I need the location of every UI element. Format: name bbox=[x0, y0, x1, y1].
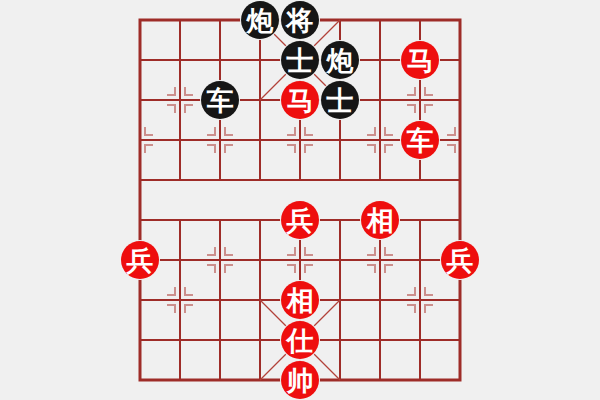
board-point-f8r5[interactable] bbox=[440, 200, 480, 240]
board-point-f2r8[interactable] bbox=[200, 320, 240, 360]
red-soldier[interactable]: 兵 bbox=[281, 201, 319, 239]
board-point-f6r3[interactable] bbox=[360, 120, 400, 160]
board-point-f6r2[interactable] bbox=[360, 80, 400, 120]
board-point-f4r3[interactable] bbox=[280, 120, 320, 160]
board-point-f5r4[interactable] bbox=[320, 160, 360, 200]
board-point-f7r7[interactable] bbox=[400, 280, 440, 320]
board-point-f7r5[interactable] bbox=[400, 200, 440, 240]
board-point-f5r1[interactable]: 炮 bbox=[320, 40, 360, 80]
board-point-f2r5[interactable] bbox=[200, 200, 240, 240]
black-cannon[interactable]: 炮 bbox=[241, 1, 279, 39]
red-chariot[interactable]: 车 bbox=[401, 121, 439, 159]
black-general[interactable]: 将 bbox=[281, 1, 319, 39]
board-point-f4r5[interactable]: 兵 bbox=[280, 200, 320, 240]
board-point-f8r7[interactable] bbox=[440, 280, 480, 320]
red-general[interactable]: 帅 bbox=[281, 361, 319, 399]
board-point-f4r1[interactable]: 士 bbox=[280, 40, 320, 80]
board-point-f2r2[interactable]: 车 bbox=[200, 80, 240, 120]
board-point-f6r5[interactable]: 相 bbox=[360, 200, 400, 240]
board-point-f4r2[interactable]: 马 bbox=[280, 80, 320, 120]
board-point-f1r4[interactable] bbox=[160, 160, 200, 200]
board-point-f2r9[interactable] bbox=[200, 360, 240, 400]
board-point-f8r8[interactable] bbox=[440, 320, 480, 360]
board-point-f6r6[interactable] bbox=[360, 240, 400, 280]
board-point-f3r7[interactable] bbox=[240, 280, 280, 320]
board-point-f7r0[interactable] bbox=[400, 0, 440, 40]
board-point-f0r8[interactable] bbox=[120, 320, 160, 360]
board-point-f1r7[interactable] bbox=[160, 280, 200, 320]
board-point-f0r4[interactable] bbox=[120, 160, 160, 200]
board-point-f5r8[interactable] bbox=[320, 320, 360, 360]
board-intersections: 炮将士炮马车马士车兵相兵兵相仕帅 bbox=[120, 0, 480, 400]
board-point-f1r5[interactable] bbox=[160, 200, 200, 240]
board-point-f8r1[interactable] bbox=[440, 40, 480, 80]
board-point-f5r2[interactable]: 士 bbox=[320, 80, 360, 120]
board-point-f1r9[interactable] bbox=[160, 360, 200, 400]
red-advisor[interactable]: 仕 bbox=[281, 321, 319, 359]
board-point-f3r8[interactable] bbox=[240, 320, 280, 360]
board-point-f5r0[interactable] bbox=[320, 0, 360, 40]
board-point-f8r2[interactable] bbox=[440, 80, 480, 120]
board-point-f1r8[interactable] bbox=[160, 320, 200, 360]
board-point-f0r9[interactable] bbox=[120, 360, 160, 400]
board-point-f1r0[interactable] bbox=[160, 0, 200, 40]
board-point-f8r9[interactable] bbox=[440, 360, 480, 400]
board-point-f5r5[interactable] bbox=[320, 200, 360, 240]
board-point-f0r5[interactable] bbox=[120, 200, 160, 240]
board-point-f5r9[interactable] bbox=[320, 360, 360, 400]
board-point-f8r6[interactable]: 兵 bbox=[440, 240, 480, 280]
board-point-f0r1[interactable] bbox=[120, 40, 160, 80]
black-chariot[interactable]: 车 bbox=[201, 81, 239, 119]
board-point-f4r8[interactable]: 仕 bbox=[280, 320, 320, 360]
board-point-f2r4[interactable] bbox=[200, 160, 240, 200]
board-point-f6r7[interactable] bbox=[360, 280, 400, 320]
xiangqi-app: 炮将士炮马车马士车兵相兵兵相仕帅 bbox=[0, 0, 600, 400]
board-point-f6r8[interactable] bbox=[360, 320, 400, 360]
board-point-f8r3[interactable] bbox=[440, 120, 480, 160]
board-point-f0r7[interactable] bbox=[120, 280, 160, 320]
board-point-f6r9[interactable] bbox=[360, 360, 400, 400]
board-point-f5r3[interactable] bbox=[320, 120, 360, 160]
board-point-f8r0[interactable] bbox=[440, 0, 480, 40]
red-elephant[interactable]: 相 bbox=[361, 201, 399, 239]
black-cannon[interactable]: 炮 bbox=[321, 41, 359, 79]
board-point-f3r3[interactable] bbox=[240, 120, 280, 160]
red-elephant[interactable]: 相 bbox=[281, 281, 319, 319]
board-point-f2r0[interactable] bbox=[200, 0, 240, 40]
red-horse[interactable]: 马 bbox=[401, 41, 439, 79]
board-point-f6r4[interactable] bbox=[360, 160, 400, 200]
board-point-f0r2[interactable] bbox=[120, 80, 160, 120]
board-point-f3r9[interactable] bbox=[240, 360, 280, 400]
board-point-f2r3[interactable] bbox=[200, 120, 240, 160]
red-soldier[interactable]: 兵 bbox=[441, 241, 479, 279]
board-point-f0r0[interactable] bbox=[120, 0, 160, 40]
board-point-f3r2[interactable] bbox=[240, 80, 280, 120]
board-point-f4r7[interactable]: 相 bbox=[280, 280, 320, 320]
board-point-f1r1[interactable] bbox=[160, 40, 200, 80]
black-advisor[interactable]: 士 bbox=[321, 81, 359, 119]
board-point-f6r1[interactable] bbox=[360, 40, 400, 80]
board-point-f3r0[interactable]: 炮 bbox=[240, 0, 280, 40]
board-point-f4r9[interactable]: 帅 bbox=[280, 360, 320, 400]
board-point-f2r1[interactable] bbox=[200, 40, 240, 80]
board-point-f3r6[interactable] bbox=[240, 240, 280, 280]
board-point-f7r2[interactable] bbox=[400, 80, 440, 120]
red-soldier[interactable]: 兵 bbox=[121, 241, 159, 279]
board-point-f0r6[interactable]: 兵 bbox=[120, 240, 160, 280]
board-point-f7r9[interactable] bbox=[400, 360, 440, 400]
board-point-f2r6[interactable] bbox=[200, 240, 240, 280]
board-point-f7r4[interactable] bbox=[400, 160, 440, 200]
board-point-f3r5[interactable] bbox=[240, 200, 280, 240]
board-point-f1r3[interactable] bbox=[160, 120, 200, 160]
board-point-f7r8[interactable] bbox=[400, 320, 440, 360]
board-point-f0r3[interactable] bbox=[120, 120, 160, 160]
board-point-f5r6[interactable] bbox=[320, 240, 360, 280]
board-point-f1r2[interactable] bbox=[160, 80, 200, 120]
board-point-f4r0[interactable]: 将 bbox=[280, 0, 320, 40]
red-horse[interactable]: 马 bbox=[281, 81, 319, 119]
board-point-f3r4[interactable] bbox=[240, 160, 280, 200]
board-point-f3r1[interactable] bbox=[240, 40, 280, 80]
board-point-f7r1[interactable]: 马 bbox=[400, 40, 440, 80]
board-point-f4r6[interactable] bbox=[280, 240, 320, 280]
board-point-f2r7[interactable] bbox=[200, 280, 240, 320]
board-point-f6r0[interactable] bbox=[360, 0, 400, 40]
black-advisor[interactable]: 士 bbox=[281, 41, 319, 79]
board-point-f5r7[interactable] bbox=[320, 280, 360, 320]
board-point-f4r4[interactable] bbox=[280, 160, 320, 200]
board-point-f7r3[interactable]: 车 bbox=[400, 120, 440, 160]
board-point-f8r4[interactable] bbox=[440, 160, 480, 200]
board-point-f7r6[interactable] bbox=[400, 240, 440, 280]
board-point-f1r6[interactable] bbox=[160, 240, 200, 280]
